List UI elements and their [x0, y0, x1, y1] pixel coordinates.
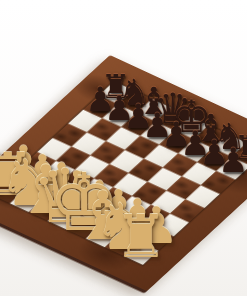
- piece-black-pawn-h7[interactable]: ♟: [218, 145, 247, 179]
- chess-set-photo: ♜♞♝♛♚♝♞♜♟♟♟♟♟♟♟♟♟♟♟♟♟♟♟♟♜♞♝♛♚♝♞♜: [0, 0, 247, 296]
- piece-white-rook-h1[interactable]: ♜: [115, 208, 168, 267]
- piece-layer: ♜♞♝♛♚♝♞♜♟♟♟♟♟♟♟♟♟♟♟♟♟♟♟♟♜♞♝♛♚♝♞♜: [0, 0, 247, 296]
